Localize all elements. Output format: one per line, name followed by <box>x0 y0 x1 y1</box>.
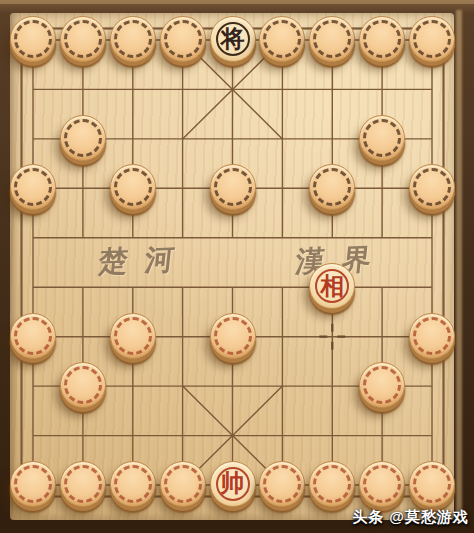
piece-r7c7-red-hidden[interactable] <box>359 362 405 408</box>
piece-r2c7-black-hidden[interactable] <box>359 115 405 161</box>
piece-ring <box>14 317 52 355</box>
piece-r3c2-black-hidden[interactable] <box>110 164 156 210</box>
piece-r0c8-black-hidden[interactable] <box>409 16 455 62</box>
xiangqi-app: 楚河 漢界 将相帅 头条 @莫愁游戏 <box>0 0 474 533</box>
frame-bevel-right <box>456 10 462 523</box>
piece-ring <box>114 465 152 503</box>
piece-r0c6-black-hidden[interactable] <box>309 16 355 62</box>
piece-ring <box>164 20 202 58</box>
piece-ring <box>363 366 401 404</box>
piece-r0c7-black-hidden[interactable] <box>359 16 405 62</box>
piece-ring <box>114 20 152 58</box>
piece-glyph: 将 <box>211 17 255 61</box>
piece-ring <box>214 168 252 206</box>
piece-r9c2-red-hidden[interactable] <box>110 461 156 507</box>
piece-ring <box>313 168 351 206</box>
piece-ring <box>64 366 102 404</box>
piece-ring <box>363 465 401 503</box>
piece-r3c8-black-hidden[interactable] <box>409 164 455 210</box>
piece-ring <box>14 20 52 58</box>
river-label-chu-he: 楚河 <box>97 244 192 276</box>
piece-r3c4-black-hidden[interactable] <box>210 164 256 210</box>
piece-ring <box>413 465 451 503</box>
piece-ring <box>164 465 202 503</box>
piece-r9c3-red-hidden[interactable] <box>160 461 206 507</box>
piece-ring <box>114 317 152 355</box>
piece-r7c1-red-hidden[interactable] <box>60 362 106 408</box>
piece-ring <box>114 168 152 206</box>
piece-ring <box>14 168 52 206</box>
piece-r9c4-red-revealed[interactable]: 帅 <box>210 461 256 507</box>
piece-ring <box>313 20 351 58</box>
piece-ring <box>363 119 401 157</box>
piece-ring <box>413 317 451 355</box>
piece-r0c1-black-hidden[interactable] <box>60 16 106 62</box>
piece-ring <box>313 465 351 503</box>
piece-r3c0-black-hidden[interactable] <box>10 164 56 210</box>
piece-ring <box>214 317 252 355</box>
piece-ring <box>64 20 102 58</box>
piece-ring <box>263 465 301 503</box>
piece-ring <box>263 20 301 58</box>
piece-r9c7-red-hidden[interactable] <box>359 461 405 507</box>
piece-ring <box>413 168 451 206</box>
piece-r0c3-black-hidden[interactable] <box>160 16 206 62</box>
piece-ring <box>413 20 451 58</box>
piece-r5c6-red-revealed[interactable]: 相 <box>309 263 355 309</box>
piece-glyph: 相 <box>310 264 354 308</box>
piece-r0c2-black-hidden[interactable] <box>110 16 156 62</box>
piece-r2c1-black-hidden[interactable] <box>60 115 106 161</box>
piece-r9c6-red-hidden[interactable] <box>309 461 355 507</box>
piece-ring <box>64 119 102 157</box>
piece-r9c8-red-hidden[interactable] <box>409 461 455 507</box>
piece-r0c4-black-revealed[interactable]: 将 <box>210 16 256 62</box>
piece-r9c0-red-hidden[interactable] <box>10 461 56 507</box>
watermark: 头条 @莫愁游戏 <box>352 508 469 527</box>
piece-r6c0-red-hidden[interactable] <box>10 313 56 359</box>
frame-bevel-top <box>0 0 474 4</box>
piece-r6c4-red-hidden[interactable] <box>210 313 256 359</box>
piece-ring <box>363 20 401 58</box>
piece-r6c8-red-hidden[interactable] <box>409 313 455 359</box>
piece-ring <box>14 465 52 503</box>
piece-r6c2-red-hidden[interactable] <box>110 313 156 359</box>
piece-r0c0-black-hidden[interactable] <box>10 16 56 62</box>
piece-r9c1-red-hidden[interactable] <box>60 461 106 507</box>
piece-ring <box>64 465 102 503</box>
piece-glyph: 帅 <box>211 462 255 506</box>
